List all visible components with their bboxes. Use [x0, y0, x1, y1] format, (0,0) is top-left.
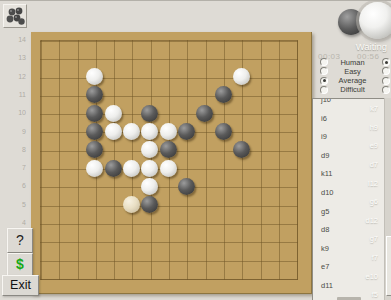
stone-black-i6: [178, 178, 195, 195]
move-row-g7[interactable]: g7: [313, 234, 385, 243]
row-label-9: 9: [0, 128, 26, 135]
radio-white-average[interactable]: [382, 77, 390, 85]
stone-white-h9: [160, 123, 177, 140]
stone-white-e9: [105, 123, 122, 140]
radio-white-difficult[interactable]: [382, 86, 390, 94]
move-text: d10: [321, 188, 334, 198]
level-label: Easy: [314, 67, 391, 76]
move-row-g6[interactable]: g6: [313, 197, 385, 206]
row-label-10: 10: [0, 109, 26, 116]
difficulty-settings: HumanEasyAverageDifficult: [314, 57, 391, 94]
row-label-6: 6: [0, 182, 26, 189]
move-list-scrollbar-thumb[interactable]: [386, 236, 391, 296]
move-text: f7: [372, 253, 378, 263]
stone-black-j10: [196, 105, 213, 122]
move-row-h9[interactable]: h9: [313, 123, 385, 132]
move-row-f7[interactable]: f7: [313, 253, 385, 262]
move-text: k7: [370, 104, 378, 114]
level-row-average: Average: [314, 76, 391, 85]
stone-white-f7: [123, 160, 140, 177]
move-text: k9: [321, 244, 329, 254]
move-text: e9: [370, 141, 378, 151]
cash-button[interactable]: $: [7, 253, 33, 277]
move-text: d7: [370, 160, 378, 170]
row-label-7: 7: [0, 164, 26, 171]
level-row-difficult: Difficult: [314, 85, 391, 94]
stone-black-k9: [215, 123, 232, 140]
move-text: h9: [370, 123, 378, 133]
radio-white-human[interactable]: [382, 58, 390, 66]
move-row-d9[interactable]: d9: [313, 151, 385, 160]
move-text: d12: [365, 216, 378, 226]
move-row-e9[interactable]: e9: [313, 141, 385, 150]
move-list[interactable]: j10k7i6h9i9e9d9d7k11l12d10g6g5d12d8g7k9f…: [312, 98, 386, 300]
row-label-14: 14: [0, 36, 26, 43]
app-stones-icon: [3, 4, 27, 28]
move-row-k7[interactable]: k7: [313, 104, 385, 113]
move-text: g5: [321, 207, 329, 217]
row-label-8: 8: [0, 146, 26, 153]
move-row-k11[interactable]: k11: [313, 169, 385, 178]
row-label-11: 11: [0, 91, 26, 98]
move-text: k11: [321, 169, 333, 179]
stone-white-l12: [233, 68, 250, 85]
move-row-i6[interactable]: i6: [313, 114, 385, 123]
stone-white-d7: [86, 160, 103, 177]
move-text: d8: [321, 225, 329, 235]
stone-white-h7: [160, 160, 177, 177]
stone-black-h8: [160, 141, 177, 158]
move-row-d7[interactable]: d7: [313, 160, 385, 169]
move-text: i6: [321, 114, 327, 124]
move-row-g5[interactable]: g5: [313, 207, 385, 216]
move-text: i9: [321, 132, 327, 142]
move-text: e7: [321, 262, 329, 272]
move-row-l12[interactable]: l12: [313, 179, 385, 188]
level-label: Average: [314, 76, 391, 85]
move-text: d11: [321, 281, 333, 291]
move-list-scrollbar[interactable]: [384, 98, 391, 300]
stone-black-k11: [215, 86, 232, 103]
row-label-13: 13: [0, 54, 26, 61]
stone-black-d10: [86, 105, 103, 122]
level-row-human: Human: [314, 57, 391, 66]
game-window: 1413121110987654321 Waiting 00:03 00:56 …: [0, 0, 391, 300]
help-button[interactable]: ?: [7, 228, 33, 253]
stones-cluster-icon: [4, 5, 26, 27]
move-rows: j10k7i6h9i9e9d9d7k11l12d10g6g5d12d8g7k9f…: [313, 98, 385, 300]
move-row-d10[interactable]: d10: [313, 188, 385, 197]
move-row-d11[interactable]: d11: [313, 281, 385, 290]
level-label: Difficult: [314, 85, 391, 94]
gomoku-board[interactable]: [31, 32, 312, 294]
move-text: g7: [370, 234, 378, 244]
row-label-12: 12: [0, 73, 26, 80]
stone-black-i9: [178, 123, 195, 140]
move-row-k9[interactable]: k9: [313, 244, 385, 253]
move-row-d8[interactable]: d8: [313, 225, 385, 234]
exit-button[interactable]: Exit: [2, 275, 39, 296]
move-text: e10: [365, 272, 378, 282]
row-label-5: 5: [0, 201, 26, 208]
white-player-stone-icon[interactable]: [359, 2, 391, 39]
level-label: Human: [314, 58, 391, 67]
move-row-e10[interactable]: e10: [313, 272, 385, 281]
stone-white-g7: [141, 160, 158, 177]
row-label-4: 4: [0, 219, 26, 226]
stone-white-e10: [105, 105, 122, 122]
status-text: Waiting: [307, 41, 387, 52]
move-text: l12: [368, 179, 378, 189]
move-text: d9: [321, 151, 329, 161]
move-row-e7[interactable]: e7: [313, 262, 385, 271]
level-row-easy: Easy: [314, 66, 391, 75]
stone-white-f9: [123, 123, 140, 140]
move-text: g6: [370, 197, 378, 207]
move-row-i9[interactable]: i9: [313, 132, 385, 141]
stone-black-l8: [233, 141, 250, 158]
move-text: f5: [372, 290, 378, 300]
stone-black-g10: [141, 105, 158, 122]
move-row-d12[interactable]: d12: [313, 216, 385, 225]
stone-black-e7: [105, 160, 122, 177]
